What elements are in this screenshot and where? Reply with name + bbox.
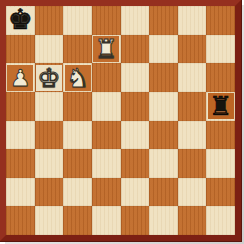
square-b5	[35, 92, 64, 121]
square-g3	[178, 149, 207, 178]
square-c2	[63, 178, 92, 207]
square-b6: ♚	[35, 63, 64, 92]
square-a4	[6, 121, 35, 150]
square-a7	[6, 35, 35, 64]
square-e6	[121, 63, 150, 92]
square-d4	[92, 121, 121, 150]
square-h4	[206, 121, 235, 150]
square-h3	[206, 149, 235, 178]
square-d1	[92, 206, 121, 235]
square-g5	[178, 92, 207, 121]
square-b7	[35, 35, 64, 64]
square-c4	[63, 121, 92, 150]
square-g4	[178, 121, 207, 150]
square-b2	[35, 178, 64, 207]
square-d8	[92, 6, 121, 35]
square-h2	[206, 178, 235, 207]
square-c1	[63, 206, 92, 235]
black-king-a8: ♚	[7, 7, 33, 33]
square-f4	[149, 121, 178, 150]
square-e2	[121, 178, 150, 207]
square-a3	[6, 149, 35, 178]
square-g1	[178, 206, 207, 235]
square-c8	[63, 6, 92, 35]
square-g7	[178, 35, 207, 64]
square-e8	[121, 6, 150, 35]
image-drop-shadow-right	[242, 5, 244, 244]
square-f7	[149, 35, 178, 64]
square-f2	[149, 178, 178, 207]
square-e7	[121, 35, 150, 64]
white-knight-c6: ♞	[65, 65, 91, 91]
square-d6	[92, 63, 121, 92]
white-king-b6: ♚	[36, 65, 62, 91]
square-e4	[121, 121, 150, 150]
square-c5	[63, 92, 92, 121]
square-a5	[6, 92, 35, 121]
square-f6	[149, 63, 178, 92]
square-f8	[149, 6, 178, 35]
square-d5	[92, 92, 121, 121]
square-a1	[6, 206, 35, 235]
square-d7: ♜	[92, 35, 121, 64]
square-e1	[121, 206, 150, 235]
square-b1	[35, 206, 64, 235]
square-c7	[63, 35, 92, 64]
square-f5	[149, 92, 178, 121]
white-pawn-a6: ♟	[7, 65, 33, 91]
square-c3	[63, 149, 92, 178]
square-e5	[121, 92, 150, 121]
square-h8	[206, 6, 235, 35]
square-d3	[92, 149, 121, 178]
square-h1	[206, 206, 235, 235]
square-a2	[6, 178, 35, 207]
square-b3	[35, 149, 64, 178]
square-h7	[206, 35, 235, 64]
square-a6: ♟	[6, 63, 35, 92]
white-rook-d7: ♜	[93, 36, 119, 62]
chess-diagram-image: ♚♜♟♚♞♜	[0, 0, 244, 244]
square-c6: ♞	[63, 63, 92, 92]
chess-board-frame: ♚♜♟♚♞♜	[0, 0, 241, 241]
square-f3	[149, 149, 178, 178]
square-d2	[92, 178, 121, 207]
square-f1	[149, 206, 178, 235]
square-h5: ♜	[206, 92, 235, 121]
square-g2	[178, 178, 207, 207]
square-g8	[178, 6, 207, 35]
square-b8	[35, 6, 64, 35]
chess-board: ♚♜♟♚♞♜	[6, 6, 235, 235]
square-h6	[206, 63, 235, 92]
square-e3	[121, 149, 150, 178]
square-a8: ♚	[6, 6, 35, 35]
black-rook-h5: ♜	[208, 93, 234, 119]
square-b4	[35, 121, 64, 150]
square-g6	[178, 63, 207, 92]
